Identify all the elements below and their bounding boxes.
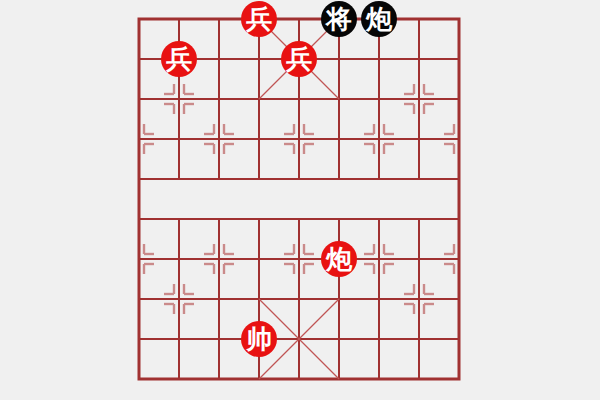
xiangqi-board: 兵将炮兵兵炮帅 (0, 0, 600, 400)
pieces-layer: 兵将炮兵兵炮帅 (119, 0, 479, 399)
red-general-piece[interactable]: 帅 (241, 321, 277, 357)
black-general-piece[interactable]: 将 (321, 1, 357, 37)
red-cannon-piece[interactable]: 炮 (321, 241, 357, 277)
red-soldier-piece[interactable]: 兵 (281, 41, 317, 77)
black-cannon-piece[interactable]: 炮 (361, 1, 397, 37)
red-soldier-piece[interactable]: 兵 (241, 1, 277, 37)
red-soldier-piece[interactable]: 兵 (161, 41, 197, 77)
